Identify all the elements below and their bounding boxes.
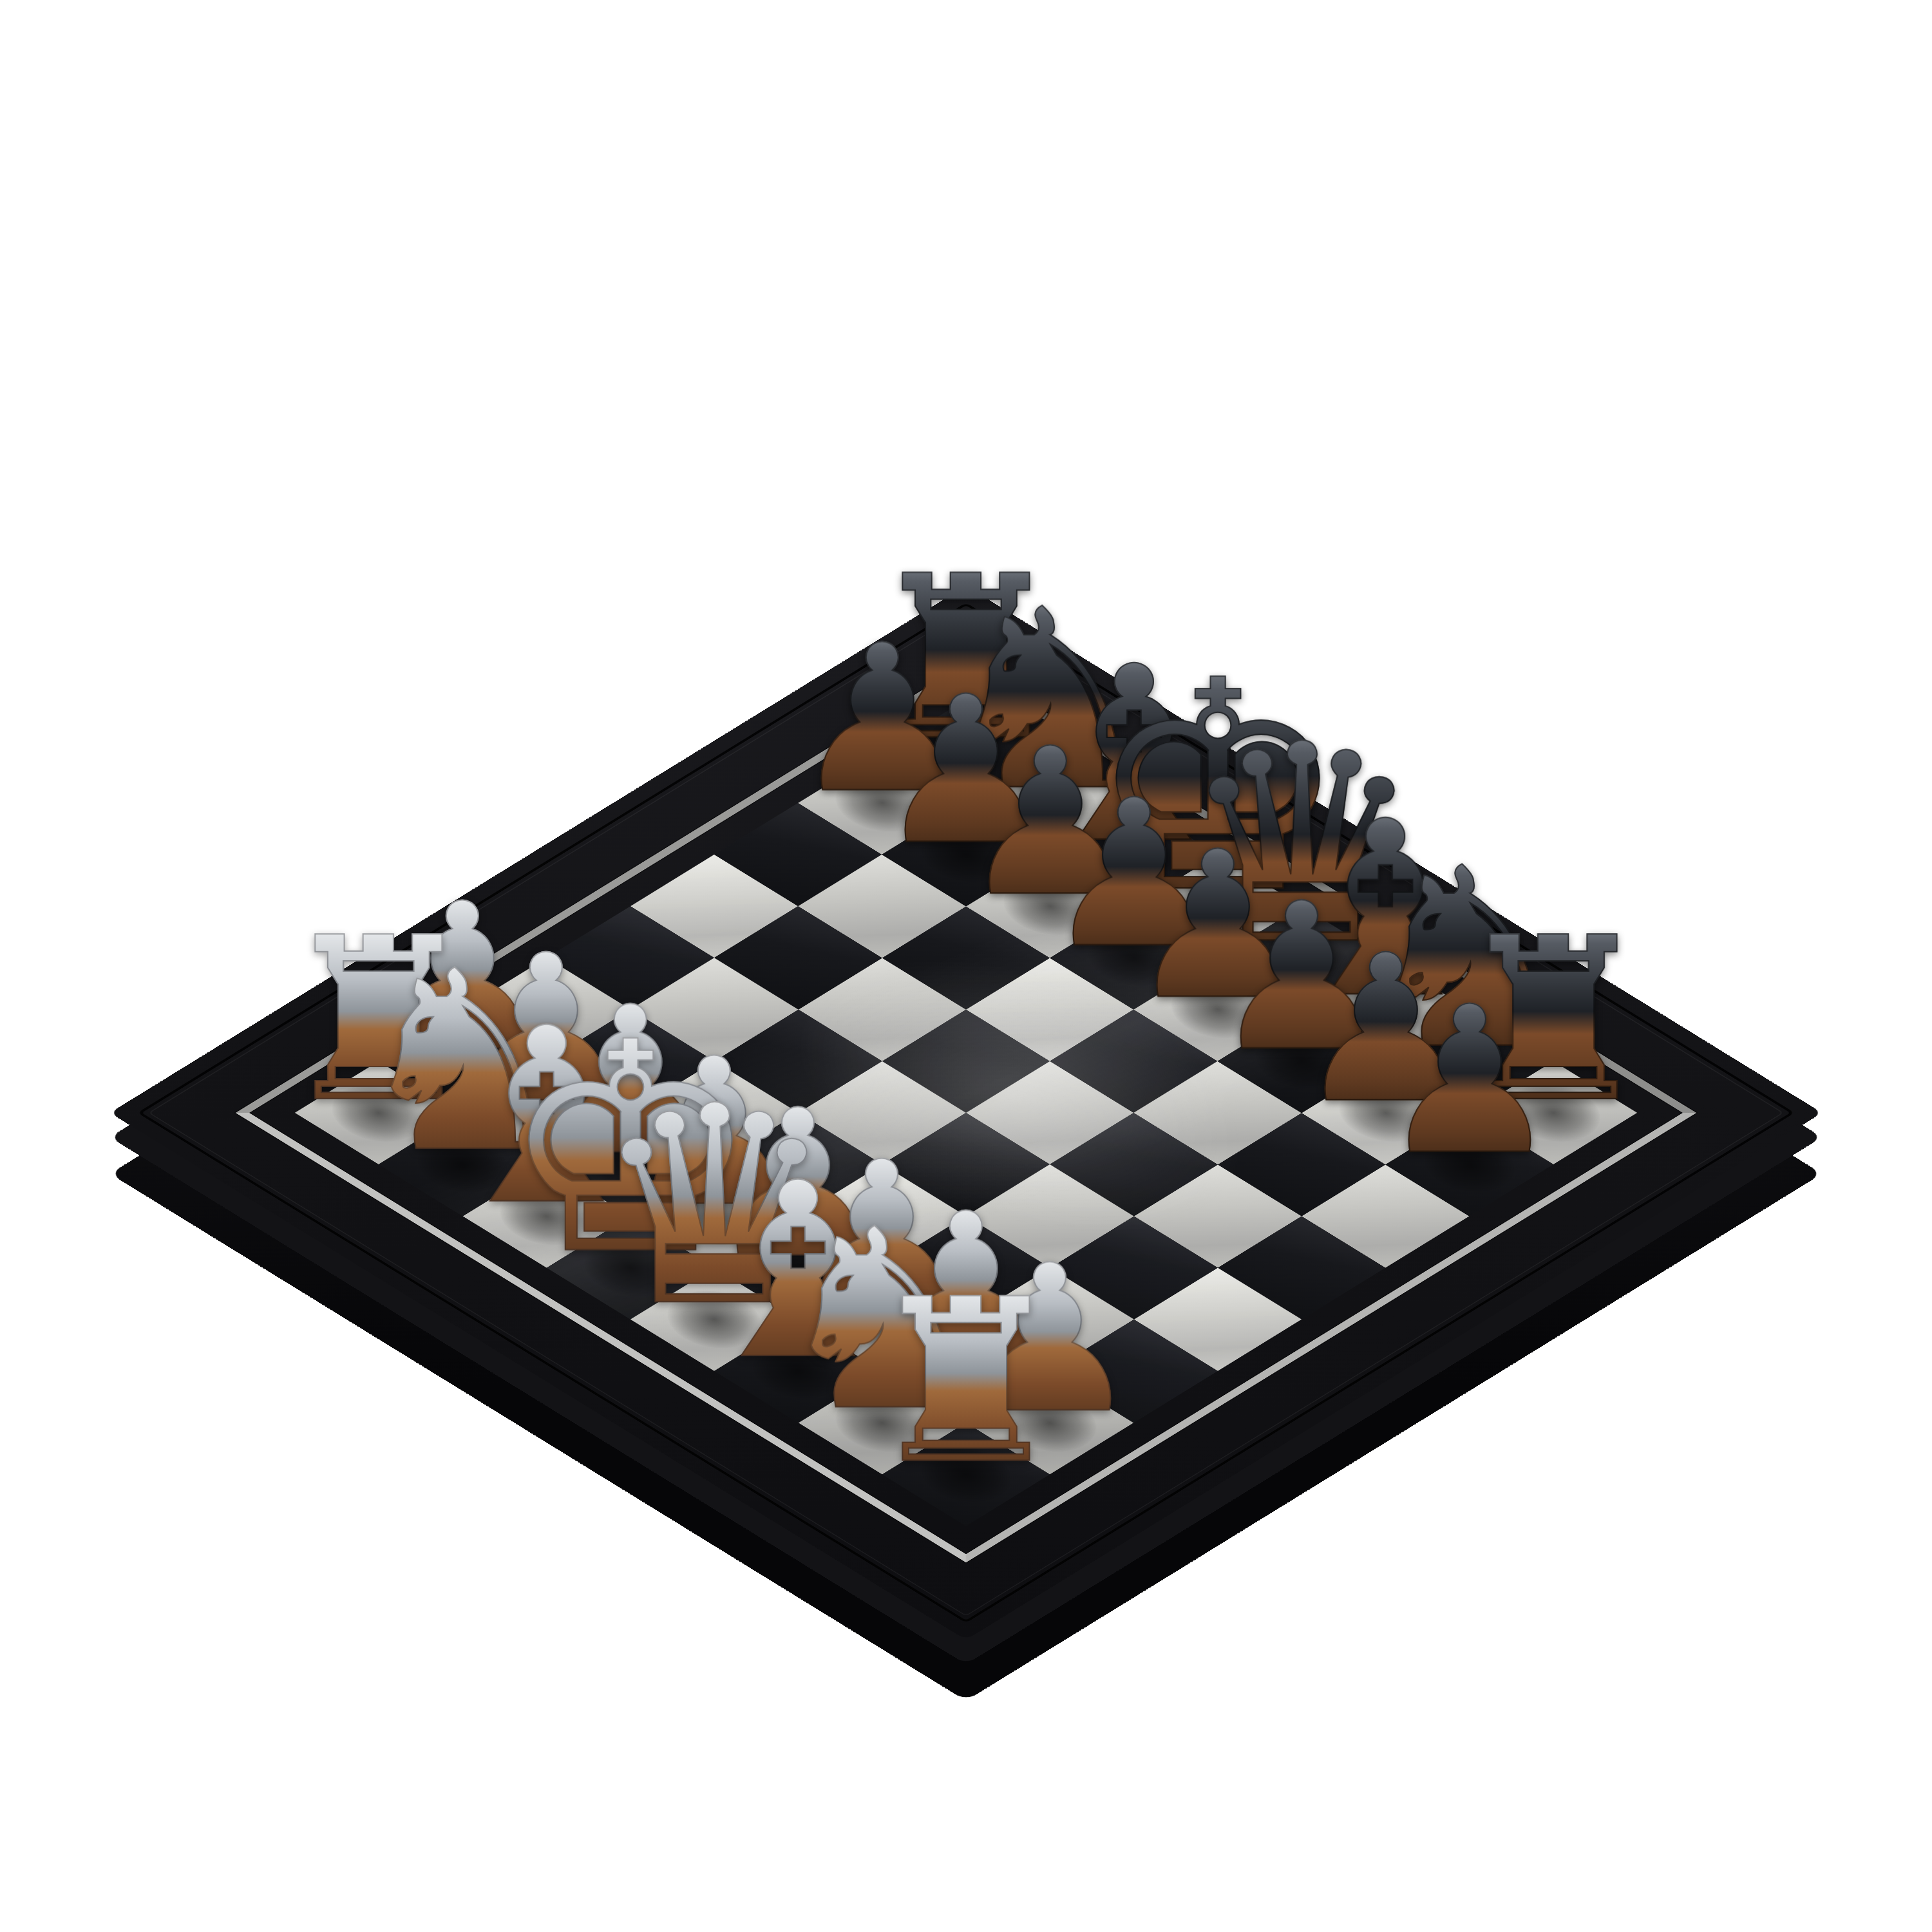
white-rook-glyph: ♜ <box>821 1249 1111 1474</box>
black-pawn-glyph: ♟ <box>1325 961 1615 1164</box>
board-top-surface: ♜♞♝♚♛♝♞♜♟♟♟♟♟♟♟♟♟♟♟♟♟♟♟♟♜♞♝♚♛♝♞♜ <box>110 586 1823 1640</box>
product-photo-scene: ♜♞♝♚♛♝♞♜♟♟♟♟♟♟♟♟♟♟♟♟♟♟♟♟♜♞♝♚♛♝♞♜ <box>0 0 1932 1932</box>
